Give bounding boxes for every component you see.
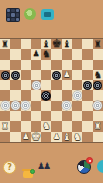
black-checker[interactable] bbox=[93, 81, 102, 90]
square-b6[interactable] bbox=[10, 80, 20, 90]
square-j9[interactable] bbox=[93, 49, 103, 59]
square-a3[interactable] bbox=[0, 111, 10, 121]
square-f1[interactable]: ♟ bbox=[51, 132, 61, 142]
black-king[interactable]: ♚ bbox=[52, 39, 62, 49]
square-g10[interactable]: ♝ bbox=[62, 39, 72, 49]
white-pawn[interactable]: ♟ bbox=[63, 70, 70, 80]
square-h1[interactable]: ♞ bbox=[72, 132, 82, 142]
square-g4[interactable] bbox=[62, 101, 72, 111]
square-j10[interactable]: ♜ bbox=[93, 39, 103, 49]
square-d8[interactable] bbox=[31, 60, 41, 70]
white-checker[interactable] bbox=[32, 81, 41, 90]
square-i9[interactable] bbox=[82, 49, 92, 59]
white-checker[interactable] bbox=[73, 91, 82, 100]
square-a7[interactable] bbox=[0, 70, 10, 80]
square-e4[interactable] bbox=[41, 101, 51, 111]
square-j3[interactable] bbox=[93, 111, 103, 121]
white-knight[interactable]: ♞ bbox=[73, 132, 82, 142]
square-a4[interactable] bbox=[0, 101, 10, 111]
white-knight[interactable]: ♞ bbox=[42, 121, 51, 131]
square-e2[interactable]: ♞ bbox=[41, 121, 51, 131]
square-i1[interactable] bbox=[82, 132, 92, 142]
square-e8[interactable] bbox=[41, 60, 51, 70]
square-c3[interactable] bbox=[21, 111, 31, 121]
online-status-dot bbox=[30, 169, 35, 174]
square-d6[interactable] bbox=[31, 80, 41, 90]
white-rook[interactable]: ♜ bbox=[1, 121, 9, 131]
square-f9[interactable] bbox=[51, 49, 61, 59]
square-b1[interactable] bbox=[10, 132, 20, 142]
square-e5[interactable] bbox=[41, 90, 51, 100]
bottom-toolbar: ? ♟♟ bbox=[0, 157, 103, 179]
square-h7[interactable] bbox=[72, 70, 82, 80]
white-pawn[interactable]: ♟ bbox=[22, 132, 29, 142]
square-i10[interactable] bbox=[82, 39, 92, 49]
game-board: ♜♝♚♝♜♟♞♟♞♜♞♜♟♚♟♝♞ bbox=[0, 38, 103, 143]
square-d3[interactable] bbox=[31, 111, 41, 121]
black-checker[interactable] bbox=[11, 71, 20, 80]
black-bishop[interactable]: ♝ bbox=[63, 39, 72, 49]
square-c1[interactable]: ♟ bbox=[21, 132, 31, 142]
mini-board-icon[interactable] bbox=[6, 8, 20, 22]
square-a8[interactable] bbox=[0, 60, 10, 70]
square-h3[interactable] bbox=[72, 111, 82, 121]
square-b9[interactable] bbox=[10, 49, 20, 59]
black-checker[interactable] bbox=[83, 81, 92, 90]
square-i4[interactable] bbox=[82, 101, 92, 111]
square-i6[interactable] bbox=[82, 80, 92, 90]
square-d7[interactable] bbox=[31, 70, 41, 80]
square-f7[interactable] bbox=[51, 70, 61, 80]
square-f3[interactable] bbox=[51, 111, 61, 121]
help-icon[interactable]: ? bbox=[3, 161, 16, 174]
square-b10[interactable] bbox=[10, 39, 20, 49]
white-king[interactable]: ♚ bbox=[31, 132, 41, 142]
black-knight[interactable]: ♞ bbox=[42, 49, 51, 59]
notification-bell-icon[interactable] bbox=[22, 160, 36, 175]
square-d9[interactable]: ♟ bbox=[31, 49, 41, 59]
square-b7[interactable] bbox=[10, 70, 20, 80]
square-e7[interactable] bbox=[41, 70, 51, 80]
white-checker[interactable] bbox=[93, 101, 102, 110]
square-f4[interactable] bbox=[51, 101, 61, 111]
square-j7[interactable]: ♞ bbox=[93, 70, 103, 80]
square-h8[interactable] bbox=[72, 60, 82, 70]
white-checker[interactable] bbox=[11, 101, 20, 110]
black-checker[interactable] bbox=[52, 71, 61, 80]
square-c5[interactable] bbox=[21, 90, 31, 100]
square-b3[interactable] bbox=[10, 111, 20, 121]
versus-pieces-icon[interactable]: ♟♟ bbox=[37, 159, 53, 173]
square-g7[interactable]: ♟ bbox=[62, 70, 72, 80]
square-f5[interactable] bbox=[51, 90, 61, 100]
square-i3[interactable] bbox=[82, 111, 92, 121]
white-checker[interactable] bbox=[1, 101, 10, 110]
square-a10[interactable]: ♜ bbox=[0, 39, 10, 49]
square-d10[interactable] bbox=[31, 39, 41, 49]
square-f2[interactable] bbox=[51, 121, 61, 131]
square-c8[interactable] bbox=[21, 60, 31, 70]
square-e9[interactable]: ♞ bbox=[41, 49, 51, 59]
square-d5[interactable] bbox=[31, 90, 41, 100]
black-checker-king[interactable] bbox=[41, 91, 51, 101]
square-f8[interactable] bbox=[51, 60, 61, 70]
partial-circle-icon[interactable] bbox=[97, 160, 103, 173]
square-h10[interactable] bbox=[72, 39, 82, 49]
square-g1[interactable]: ♝ bbox=[62, 132, 72, 142]
square-i8[interactable] bbox=[82, 60, 92, 70]
square-i2[interactable] bbox=[82, 121, 92, 131]
square-f10[interactable]: ♚ bbox=[51, 39, 61, 49]
black-pawn[interactable]: ♟ bbox=[32, 49, 39, 59]
square-d4[interactable] bbox=[31, 101, 41, 111]
square-h6[interactable] bbox=[72, 80, 82, 90]
square-i7[interactable] bbox=[82, 70, 92, 80]
timer-icon[interactable] bbox=[24, 8, 36, 20]
square-b2[interactable] bbox=[10, 121, 20, 131]
square-j4[interactable] bbox=[93, 101, 103, 111]
white-pawn[interactable]: ♟ bbox=[53, 132, 60, 142]
black-checker[interactable] bbox=[1, 71, 10, 80]
square-a5[interactable] bbox=[0, 90, 10, 100]
square-i5[interactable] bbox=[82, 90, 92, 100]
square-g3[interactable] bbox=[62, 111, 72, 121]
top-toolbar bbox=[0, 7, 103, 21]
notification-badge bbox=[86, 157, 93, 164]
black-rook[interactable]: ♜ bbox=[94, 39, 102, 49]
square-j6[interactable] bbox=[93, 80, 103, 90]
square-c9[interactable] bbox=[21, 49, 31, 59]
square-b8[interactable] bbox=[10, 60, 20, 70]
square-b4[interactable] bbox=[10, 101, 20, 111]
square-f6[interactable] bbox=[51, 80, 61, 90]
square-d1[interactable]: ♚ bbox=[31, 132, 41, 142]
white-rook[interactable]: ♜ bbox=[94, 121, 102, 131]
square-g8[interactable] bbox=[62, 60, 72, 70]
square-h4[interactable] bbox=[72, 101, 82, 111]
square-c2[interactable] bbox=[21, 121, 31, 131]
square-a9[interactable] bbox=[0, 49, 10, 59]
square-a6[interactable] bbox=[0, 80, 10, 90]
square-h9[interactable] bbox=[72, 49, 82, 59]
white-checker[interactable] bbox=[21, 101, 30, 110]
square-g6[interactable] bbox=[62, 80, 72, 90]
black-rook[interactable]: ♜ bbox=[1, 39, 9, 49]
square-c6[interactable] bbox=[21, 80, 31, 90]
square-j5[interactable] bbox=[93, 90, 103, 100]
white-checker[interactable] bbox=[62, 101, 71, 110]
square-c10[interactable] bbox=[21, 39, 31, 49]
square-h5[interactable] bbox=[72, 90, 82, 100]
media-icon[interactable] bbox=[41, 9, 54, 20]
square-a1[interactable] bbox=[0, 132, 10, 142]
square-c7[interactable] bbox=[21, 70, 31, 80]
black-knight[interactable]: ♞ bbox=[94, 70, 103, 80]
square-e6[interactable] bbox=[41, 80, 51, 90]
square-g9[interactable] bbox=[62, 49, 72, 59]
square-j2[interactable]: ♜ bbox=[93, 121, 103, 131]
square-g5[interactable] bbox=[62, 90, 72, 100]
square-b5[interactable] bbox=[10, 90, 20, 100]
white-bishop[interactable]: ♝ bbox=[63, 132, 72, 142]
square-c4[interactable] bbox=[21, 101, 31, 111]
square-a2[interactable]: ♜ bbox=[0, 121, 10, 131]
square-j1[interactable] bbox=[93, 132, 103, 142]
square-e1[interactable] bbox=[41, 132, 51, 142]
